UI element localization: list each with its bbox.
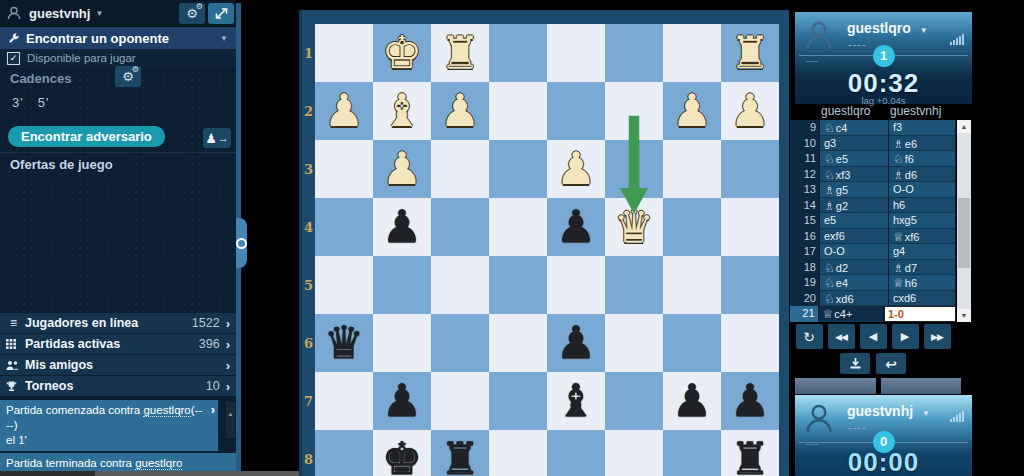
scroll-up-button[interactable]: ▲	[957, 120, 971, 133]
chevron-down-icon: ▼	[920, 26, 928, 35]
move-row-16: 16exf6♕xf6	[790, 229, 956, 245]
move-number: 11	[790, 151, 819, 167]
square-d6[interactable]: ♟	[547, 314, 605, 372]
move-cell-white[interactable]: exf6	[820, 229, 888, 245]
last-move-button[interactable]: ▶▶	[924, 324, 951, 349]
square-b5[interactable]	[663, 256, 721, 314]
square-h7[interactable]	[315, 372, 373, 430]
rank-label-7: 7	[302, 372, 315, 430]
square-d5[interactable]	[547, 256, 605, 314]
square-a5[interactable]	[721, 256, 779, 314]
rotate-icon: ↻	[803, 329, 815, 345]
move-navigation: ↻ ◀◀ ◀ ▶ ▶▶	[790, 324, 956, 349]
notifications: Partida comenzada contra guestlqro(----)…	[0, 400, 236, 476]
square-h3[interactable]	[315, 140, 373, 198]
user-row: guestvnhj ▼ ⚙⚙	[0, 0, 236, 26]
move-cell-white[interactable]: ♘d2	[820, 260, 888, 276]
move-list: 9♘c4f310g3♗e611♘e5♘f612♘xf3♗d613♗g5O-O14…	[790, 120, 956, 322]
chevron-right-icon: ›	[226, 358, 230, 373]
square-d3[interactable]: ♟	[547, 140, 605, 198]
piece-glyph-icon: ♘	[824, 261, 835, 275]
move-cell-black[interactable]: ♕xf6	[889, 229, 955, 245]
pawn-icon: ♟	[205, 131, 217, 146]
black-player-column: guestvnhj	[890, 104, 956, 120]
move-number: 18	[790, 260, 819, 276]
square-a3[interactable]	[721, 140, 779, 198]
move-cell-white[interactable]: ♗g2	[820, 198, 888, 214]
piece-glyph-icon: ♕	[893, 276, 904, 290]
move-cell-black[interactable]: g4	[889, 244, 955, 260]
fullscreen-button[interactable]	[208, 3, 234, 24]
square-a2[interactable]: ♟	[721, 82, 779, 140]
square-d4[interactable]: ♟	[547, 198, 605, 256]
rank-label-8: 8	[302, 430, 315, 476]
chevron-right-icon[interactable]: ›	[211, 402, 215, 419]
piece-glyph-icon: ♗	[893, 168, 904, 182]
black-queen: ♛	[324, 314, 364, 372]
square-e5[interactable]	[489, 256, 547, 314]
move-number: 13	[790, 182, 819, 198]
piece-glyph-icon: ♘	[824, 276, 835, 290]
chevron-down-icon[interactable]: ▼	[220, 34, 228, 43]
black-pawn: ♟	[730, 372, 770, 430]
opponent-link[interactable]: guestlqro	[143, 404, 190, 417]
move-row-11: 11♘e5♘f6	[790, 151, 956, 167]
square-e2[interactable]	[489, 82, 547, 140]
forward-icon: ▶	[901, 330, 909, 343]
move-cell-black[interactable]: ♕h6	[889, 275, 955, 291]
move-number: 17	[790, 244, 819, 260]
previous-move-button[interactable]: ◀	[860, 324, 887, 349]
move-table-header: guestlqro guestvnhj	[790, 104, 956, 120]
square-f3[interactable]	[431, 140, 489, 198]
opponent-card: guestlqro ▼ ---- ---- 1 00:32 lag +0.04s	[795, 12, 972, 104]
move-row-14: 14♗g2h6	[790, 198, 956, 214]
square-d8[interactable]	[547, 430, 605, 476]
square-f8[interactable]: ♜	[431, 430, 489, 476]
square-a1[interactable]: ♜	[721, 24, 779, 82]
section-divider	[0, 152, 236, 153]
piece-glyph-icon: ♗	[824, 183, 835, 197]
piece-glyph-icon: ♕	[823, 307, 834, 321]
piece-glyph-icon: ♗	[893, 261, 904, 275]
square-h2[interactable]: ♟	[315, 82, 373, 140]
rank-label-5: 5	[302, 256, 315, 314]
piece-glyph-icon: ♗	[824, 199, 835, 213]
square-b7[interactable]: ♟	[663, 372, 721, 430]
backward-icon: ◀	[869, 330, 877, 343]
find-adversary-button[interactable]: Encontrar adversario	[8, 126, 165, 147]
find-opponent-header[interactable]: Encontrar un oponente ▼	[0, 26, 236, 49]
black-king: ♚	[382, 430, 422, 476]
player-avatar-icon	[801, 401, 837, 435]
move-cell-white[interactable]: ♘e4	[820, 275, 888, 291]
square-a6[interactable]	[721, 314, 779, 372]
horizontal-scrollbar[interactable]	[0, 471, 302, 476]
move-cell-black[interactable]: ♗d6	[889, 167, 955, 183]
chevron-right-icon: ›	[226, 379, 230, 394]
square-h5[interactable]	[315, 256, 373, 314]
black-pawn: ♟	[672, 372, 712, 430]
move-list-scrollbar[interactable]: ▲ ▼	[957, 120, 971, 322]
grid-icon	[6, 339, 21, 349]
stats-list: ≡ Jugadores en línea 1522 › Partidas act…	[0, 313, 236, 397]
move-cell-white[interactable]: g3	[820, 136, 888, 152]
rank-label-4: 4	[302, 198, 315, 256]
expand-icon	[215, 7, 228, 20]
cadences-settings-button[interactable]: ⚙⚙	[115, 66, 141, 87]
flip-board-button[interactable]: ↻	[796, 324, 823, 349]
chess-board: 12345678 ♚♜♜♟♝♟♟♟♟♟♟♟♛♛♟♟♝♟♟♚♜♜	[299, 10, 789, 476]
opponent-rating: ----	[848, 38, 867, 50]
chevron-down-icon: ▼	[922, 409, 930, 418]
piece-glyph-icon: ♘	[824, 121, 835, 135]
square-d1[interactable]	[547, 24, 605, 82]
square-f2[interactable]: ♟	[431, 82, 489, 140]
move-cell-black[interactable]: ♗e6	[889, 136, 955, 152]
black-bishop: ♝	[556, 372, 596, 430]
last-move-arrow-head	[620, 188, 648, 214]
game-actions: ↩	[790, 353, 956, 374]
notification-game-started[interactable]: Partida comenzada contra guestlqro(----)…	[0, 400, 218, 451]
square-f6[interactable]	[431, 314, 489, 372]
cadence-chips: 3'5'	[12, 95, 63, 110]
square-d7[interactable]: ♝	[547, 372, 605, 430]
square-e3[interactable]	[489, 140, 547, 198]
white-rook: ♜	[440, 24, 480, 82]
square-g7[interactable]: ♟	[373, 372, 431, 430]
square-e1[interactable]	[489, 24, 547, 82]
move-cell-black[interactable]: f3	[889, 120, 955, 136]
sidebar-item-active-games[interactable]: Partidas activas 396 ›	[0, 334, 236, 354]
next-move-button[interactable]: ▶	[892, 324, 919, 349]
square-b8[interactable]	[663, 430, 721, 476]
right-arrow-icon: →	[218, 132, 229, 144]
piece-glyph-icon: ♘	[824, 168, 835, 182]
sidebar-item-tournaments[interactable]: Torneos 10 ›	[0, 376, 236, 396]
move-number: 9	[790, 120, 819, 136]
piece-glyph-icon: ♘	[824, 152, 835, 166]
move-cell-black[interactable]: hxg5	[889, 213, 955, 229]
move-cell-white[interactable]: O-O	[820, 244, 888, 260]
square-f5[interactable]	[431, 256, 489, 314]
square-f4[interactable]	[431, 198, 489, 256]
white-pawn: ♟	[440, 82, 480, 140]
opponent-avatar-icon	[801, 18, 837, 52]
square-b1[interactable]	[663, 24, 721, 82]
player-badge: 0	[873, 431, 895, 453]
white-player-column: guestlqro	[821, 104, 889, 120]
move-row-12: 12♘xf3♗d6	[790, 167, 956, 183]
move-row-15: 15e5hxg5	[790, 213, 956, 229]
square-h8[interactable]	[315, 430, 373, 476]
square-c6[interactable]	[605, 314, 663, 372]
square-f7[interactable]	[431, 372, 489, 430]
square-h1[interactable]	[315, 24, 373, 82]
white-pawn: ♟	[730, 82, 770, 140]
white-king: ♚	[382, 24, 422, 82]
move-cell-black[interactable]: h6	[889, 198, 955, 214]
move-row-9: 9♘c4f3	[790, 120, 956, 136]
chevron-right-icon: ›	[226, 337, 230, 352]
opponent-name[interactable]: guestlqro ▼	[847, 20, 928, 36]
cadences-label: Cadences	[10, 71, 71, 86]
move-cell-white[interactable]: ♗g5	[820, 182, 888, 198]
cadence-chip[interactable]: 5'	[38, 95, 50, 110]
move-cell-white[interactable]: ♘xd6	[820, 291, 888, 307]
first-move-button[interactable]: ◀◀	[828, 324, 855, 349]
tray-right	[881, 378, 962, 394]
move-cell-white[interactable]: ♘c4	[820, 120, 888, 136]
square-g4[interactable]: ♟	[373, 198, 431, 256]
signal-bars-icon	[950, 411, 964, 422]
white-pawn: ♟	[556, 140, 596, 198]
find-opponent-title: Encontrar un oponente	[26, 31, 215, 46]
move-number: 10	[790, 136, 819, 152]
scrollbar-thumb[interactable]	[95, 471, 302, 476]
wrench-icon	[8, 32, 20, 44]
left-sidebar: guestvnhj ▼ ⚙⚙ Encontrar un oponente ▼ ✓…	[0, 0, 236, 473]
white-pawn: ♟	[382, 140, 422, 198]
move-cell-white[interactable]: ♕c4+	[819, 306, 883, 322]
move-row-20: 20♘xd6cxd6	[790, 291, 956, 307]
settings-button[interactable]: ⚙⚙	[179, 3, 205, 24]
player-name[interactable]: guestvnhj ▼	[847, 403, 930, 419]
square-e4[interactable]	[489, 198, 547, 256]
square-c8[interactable]	[605, 430, 663, 476]
move-cell-white[interactable]: e5	[820, 213, 888, 229]
fast-backward-icon: ◀◀	[835, 332, 847, 342]
square-b4[interactable]	[663, 198, 721, 256]
piece-glyph-icon: ♗	[893, 137, 904, 151]
gears-icon: ⚙⚙	[122, 70, 134, 83]
move-row-18: 18♘d2♗d7	[790, 260, 956, 276]
square-a7[interactable]: ♟	[721, 372, 779, 430]
square-a4[interactable]	[721, 198, 779, 256]
square-b3[interactable]	[663, 140, 721, 198]
move-row-10: 10g3♗e6	[790, 136, 956, 152]
play-as-pawn-button[interactable]: ♟ →	[203, 128, 231, 148]
available-label: Disponible para jugar	[27, 52, 136, 64]
notifications-scrollbar[interactable]: ▲	[226, 402, 235, 438]
black-pawn: ♟	[556, 198, 596, 256]
square-g1[interactable]: ♚	[373, 24, 431, 82]
player-rating: ----	[848, 421, 867, 433]
piece-glyph-icon: ♘	[893, 152, 904, 166]
player-card: guestvnhj ▼ ---- ---- 0 00:00	[795, 395, 972, 476]
move-number: 14	[790, 198, 819, 214]
square-g6[interactable]	[373, 314, 431, 372]
move-row-19: 19♘e4♕h6	[790, 275, 956, 291]
square-b2[interactable]: ♟	[663, 82, 721, 140]
tray-left	[795, 378, 876, 394]
square-b6[interactable]	[663, 314, 721, 372]
move-row-21: 21♕c4+	[790, 306, 956, 322]
board-squares: ♚♜♜♟♝♟♟♟♟♟♟♟♛♛♟♟♝♟♟♚♜♜	[315, 24, 779, 476]
sidebar-username[interactable]: guestvnhj	[29, 6, 90, 21]
move-row-13: 13♗g5O-O	[790, 182, 956, 198]
sidebar-collapse-handle[interactable]	[236, 218, 247, 268]
sidebar-item-my-friends[interactable]: Mis amigos ›	[0, 355, 236, 375]
available-row: ✓ Disponible para jugar	[0, 49, 236, 67]
move-cell-black[interactable]: ♘f6	[889, 151, 955, 167]
download-icon	[849, 357, 862, 370]
move-number: 12	[790, 167, 819, 183]
download-game-button[interactable]	[840, 353, 870, 374]
opponent-link[interactable]: guestlqro	[135, 457, 182, 470]
white-rook: ♜	[730, 24, 770, 82]
move-number: 15	[790, 213, 819, 229]
square-f1[interactable]: ♜	[431, 24, 489, 82]
rank-labels: 12345678	[302, 24, 315, 476]
square-h4[interactable]	[315, 198, 373, 256]
square-e7[interactable]	[489, 372, 547, 430]
black-rook: ♜	[440, 430, 480, 476]
square-h6[interactable]: ♛	[315, 314, 373, 372]
chevron-right-icon: ›	[226, 316, 230, 331]
rank-label-2: 2	[302, 82, 315, 140]
black-rook: ♜	[730, 430, 770, 476]
white-bishop: ♝	[382, 82, 422, 140]
sidebar-item-players-online[interactable]: ≡ Jugadores en línea 1522 ›	[0, 313, 236, 333]
black-pawn: ♟	[382, 372, 422, 430]
opponent-badge: 1	[873, 45, 895, 67]
square-e8[interactable]	[489, 430, 547, 476]
user-avatar-icon	[6, 5, 22, 21]
fast-forward-icon: ▶▶	[931, 332, 943, 342]
square-c1[interactable]	[605, 24, 663, 82]
move-number: 21	[790, 306, 818, 322]
square-e6[interactable]	[489, 314, 547, 372]
friends-icon	[6, 360, 21, 370]
square-g3[interactable]: ♟	[373, 140, 431, 198]
piece-glyph-icon: ♕	[893, 230, 904, 244]
result-input[interactable]	[884, 306, 956, 322]
takeback-button[interactable]: ↩	[876, 353, 906, 374]
chevron-down-icon: ▼	[95, 9, 103, 18]
square-a8[interactable]: ♜	[721, 430, 779, 476]
black-pawn: ♟	[556, 314, 596, 372]
collapse-icon	[236, 238, 247, 249]
rank-label-3: 3	[302, 140, 315, 198]
square-c7[interactable]	[605, 372, 663, 430]
square-d2[interactable]	[547, 82, 605, 140]
game-offers-title: Ofertas de juego	[10, 157, 113, 172]
signal-bars-icon	[950, 34, 964, 45]
scrollbar-thumb[interactable]	[958, 198, 970, 268]
opponent-rating-small: ----	[806, 56, 818, 66]
last-move-arrow	[629, 116, 639, 190]
notification-line2: el 1'	[6, 433, 204, 448]
undo-arrow-icon: ↩	[885, 356, 897, 372]
square-g8[interactable]: ♚	[373, 430, 431, 476]
move-row-17: 17O-Og4	[790, 244, 956, 260]
square-c5[interactable]	[605, 256, 663, 314]
white-pawn: ♟	[672, 82, 712, 140]
rank-label-6: 6	[302, 314, 315, 372]
list-icon: ≡	[6, 316, 21, 330]
move-cell-white[interactable]: ♘xf3	[820, 167, 888, 183]
move-number: 16	[790, 229, 819, 245]
trophy-icon	[6, 381, 21, 392]
move-cell-black[interactable]: O-O	[889, 182, 955, 198]
move-cell-black[interactable]: cxd6	[889, 291, 955, 307]
cadence-chip[interactable]: 3'	[12, 95, 24, 110]
white-pawn: ♟	[324, 82, 364, 140]
captured-pieces-trays	[795, 378, 961, 394]
black-pawn: ♟	[382, 198, 422, 256]
rank-label-1: 1	[302, 24, 315, 82]
square-g5[interactable]	[373, 256, 431, 314]
move-number: 20	[790, 291, 819, 307]
square-g2[interactable]: ♝	[373, 82, 431, 140]
move-number: 19	[790, 275, 819, 291]
move-cell-white[interactable]: ♘e5	[820, 151, 888, 167]
piece-glyph-icon: ♘	[824, 292, 835, 306]
available-checkbox[interactable]: ✓	[7, 52, 20, 65]
gears-icon: ⚙⚙	[186, 7, 198, 20]
scroll-down-button[interactable]: ▼	[957, 309, 971, 322]
move-cell-black[interactable]: ♗d7	[889, 260, 955, 276]
